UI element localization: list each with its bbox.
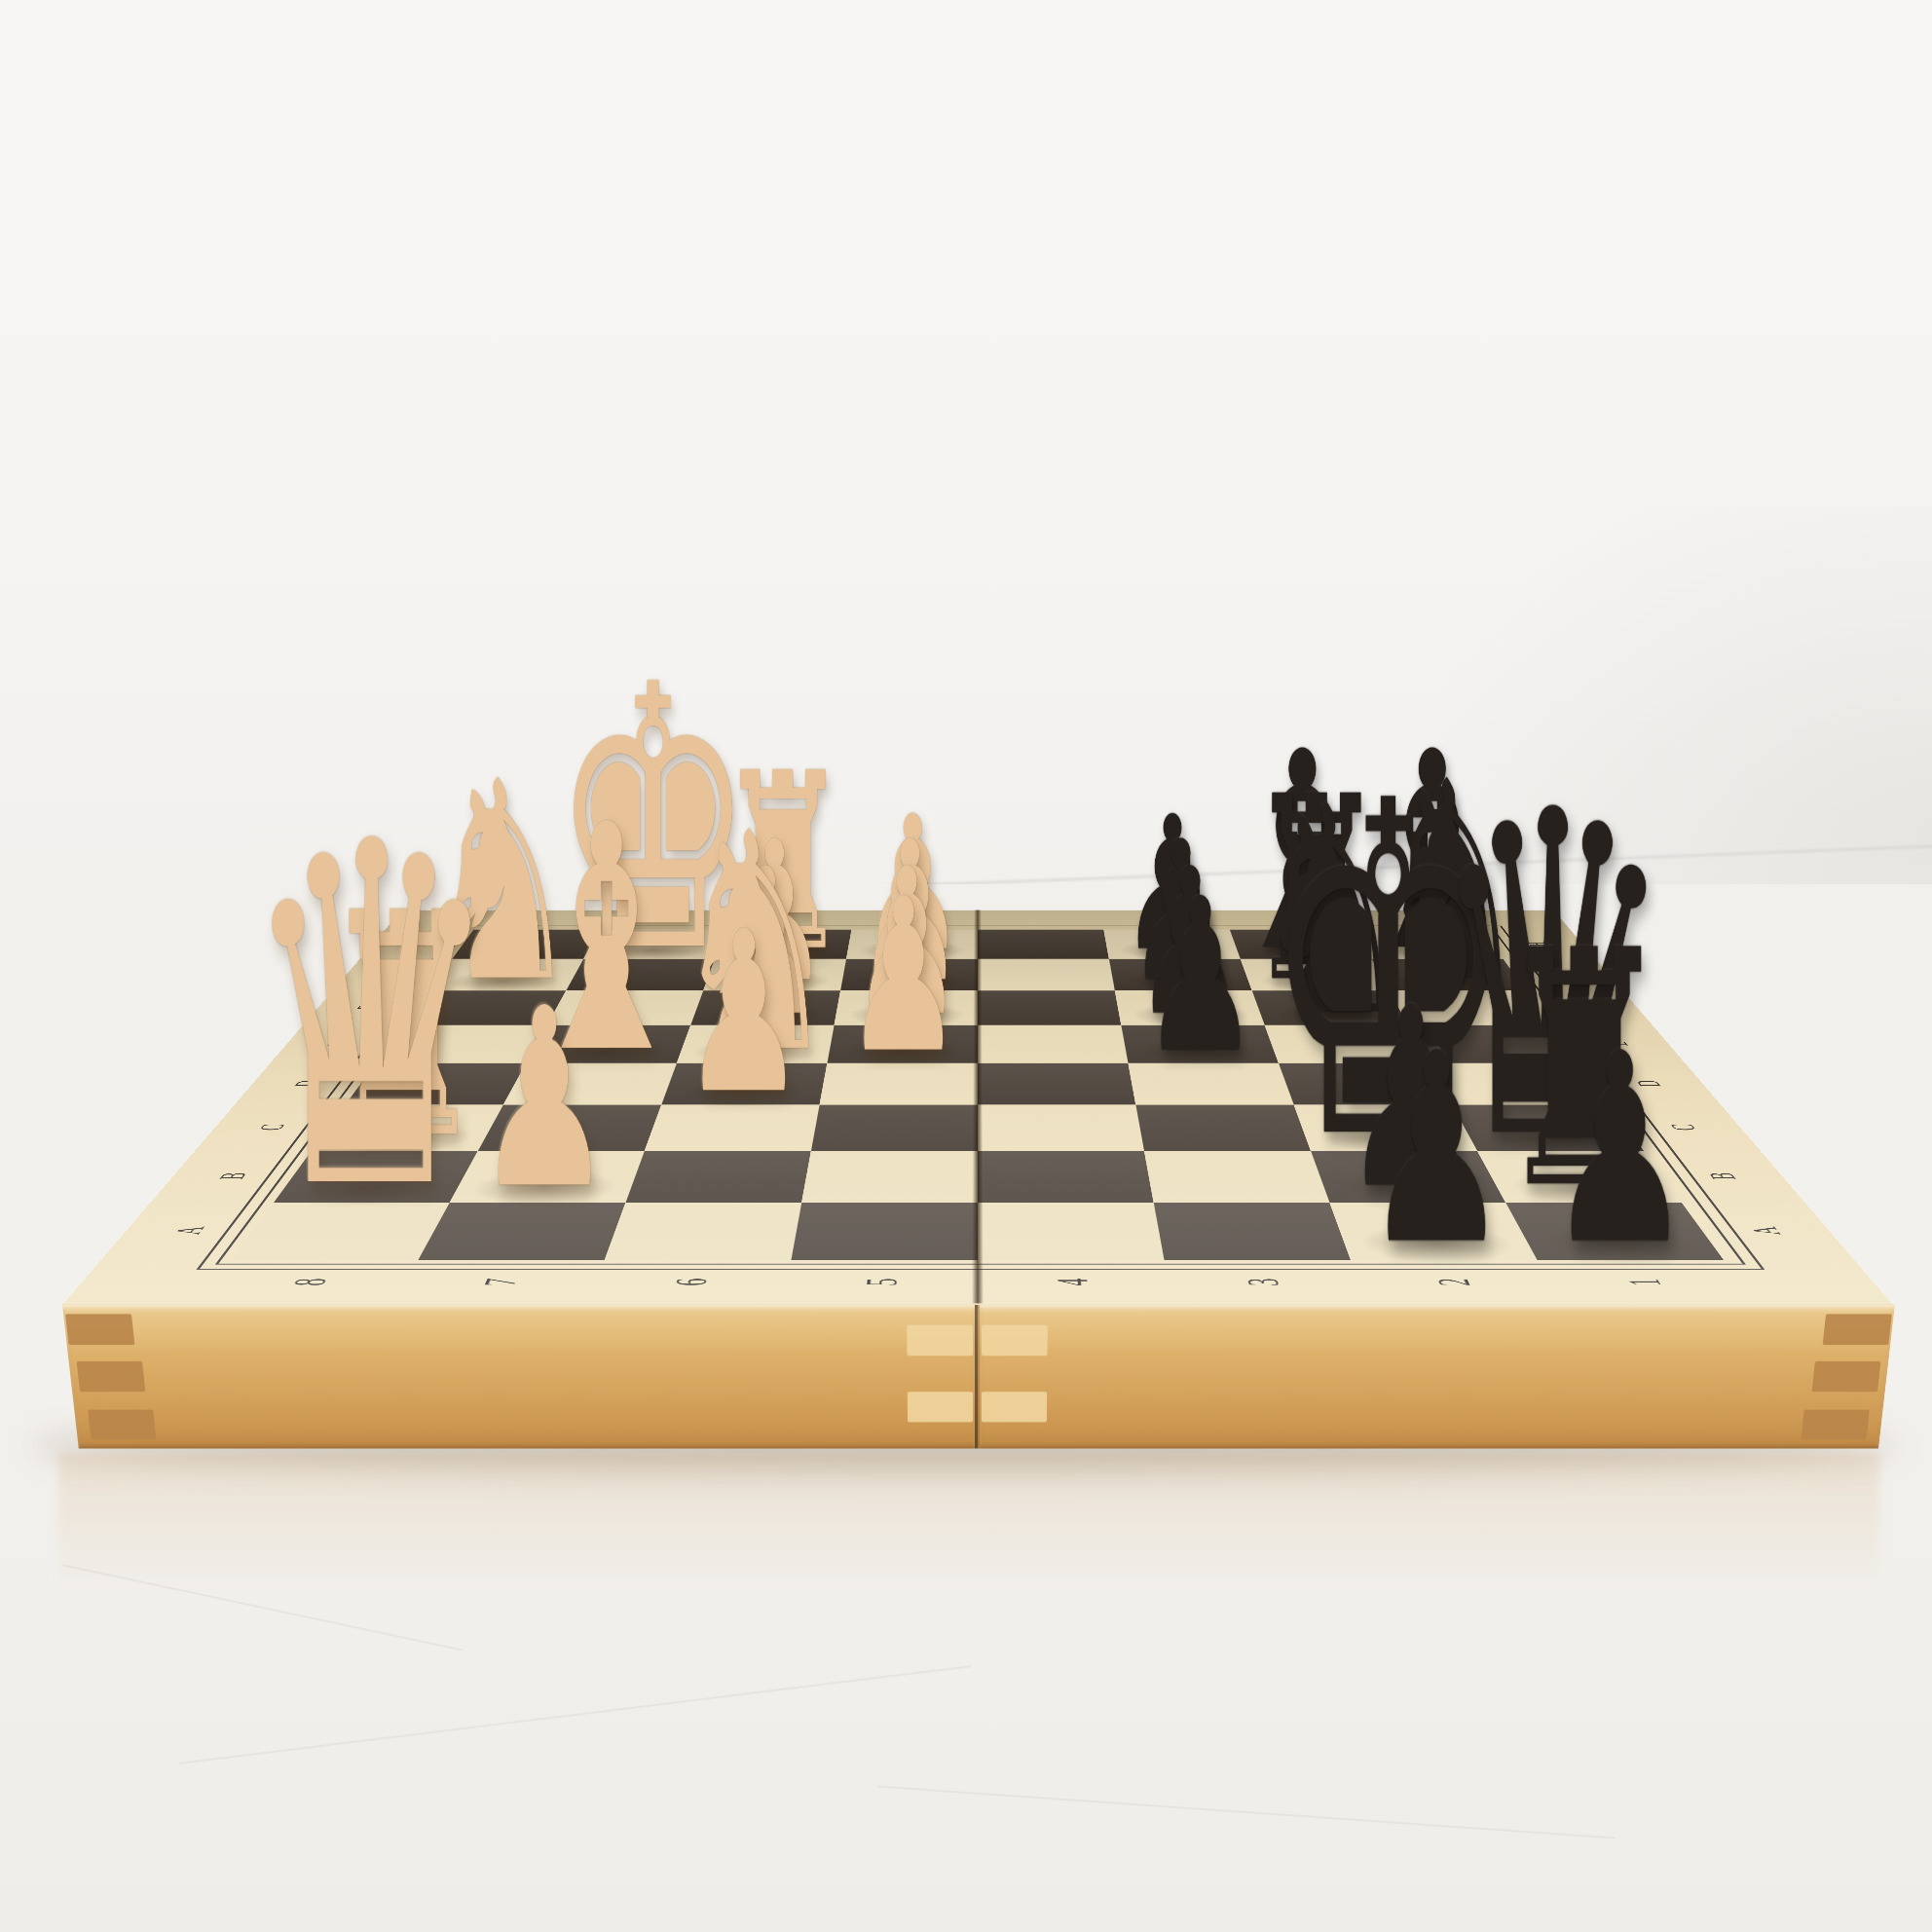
finger-joint — [77, 1361, 146, 1392]
board-half-left — [62, 910, 978, 1305]
finger-joint — [1802, 1410, 1870, 1440]
finger-joint — [982, 1325, 1048, 1356]
box-front-left — [62, 1305, 978, 1449]
finger-joint — [908, 1392, 973, 1422]
finger-joint — [65, 1314, 134, 1345]
board-perspective-wrap: 87654321AABBCCDDEEFFGGHH♚♜♟♟♝♝♞♟♟♟♜♞♟♟♟♞… — [0, 0, 1932, 1932]
finger-joint — [982, 1392, 1047, 1422]
board-3d: 87654321AABBCCDDEEFFGGHH♚♜♟♟♝♝♞♟♟♟♜♞♟♟♟♞… — [62, 910, 1893, 1305]
finger-joint — [1812, 1361, 1881, 1392]
box-front-right — [978, 1305, 1895, 1449]
finger-joint — [1823, 1314, 1892, 1345]
finger-joint — [88, 1410, 156, 1440]
finger-joint — [907, 1325, 973, 1356]
